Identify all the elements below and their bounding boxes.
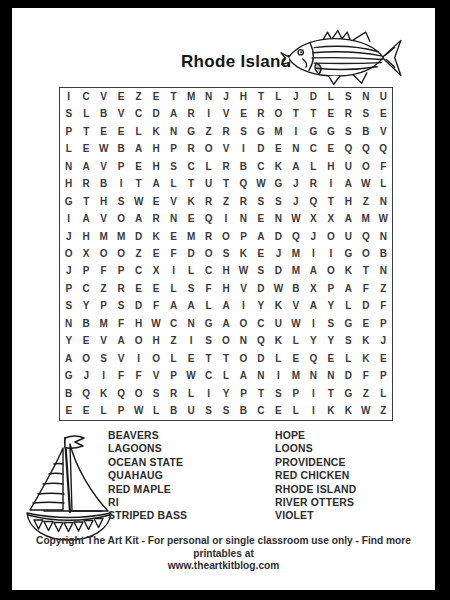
grid-cell[interactable]: E [375,105,392,122]
grid-cell[interactable]: D [270,228,287,245]
grid-cell[interactable]: T [217,350,234,367]
grid-cell[interactable]: L [60,140,77,157]
grid-cell[interactable]: M [182,228,199,245]
grid-cell[interactable]: J [270,245,287,262]
grid-cell[interactable]: B [235,158,252,175]
grid-cell[interactable]: S [252,263,269,280]
grid-cell[interactable]: E [235,105,252,122]
grid-cell[interactable]: N [287,140,304,157]
grid-cell[interactable]: O [270,105,287,122]
grid-cell[interactable]: V [112,350,129,367]
grid-cell[interactable]: D [357,298,374,315]
grid-cell[interactable]: A [165,105,182,122]
grid-cell[interactable]: W [375,210,392,227]
grid-cell[interactable]: H [130,315,147,332]
grid-cell[interactable]: S [200,403,217,420]
grid-cell[interactable]: E [287,350,304,367]
grid-cell[interactable]: D [147,105,164,122]
grid-cell[interactable]: O [60,245,77,262]
grid-cell[interactable]: O [322,263,339,280]
grid-cell[interactable]: D [252,350,269,367]
grid-cell[interactable]: E [77,333,94,350]
grid-cell[interactable]: A [147,175,164,192]
grid-cell[interactable]: G [305,123,322,140]
grid-cell[interactable]: M [95,228,112,245]
grid-cell[interactable]: S [112,298,129,315]
grid-cell[interactable]: E [270,403,287,420]
grid-cell[interactable]: U [375,88,392,105]
grid-cell[interactable]: Z [200,123,217,140]
grid-cell[interactable]: T [287,105,304,122]
grid-cell[interactable]: P [165,140,182,157]
grid-cell[interactable]: X [322,210,339,227]
grid-cell[interactable]: E [252,210,269,227]
grid-cell[interactable]: W [182,368,199,385]
grid-cell[interactable]: I [182,333,199,350]
grid-cell[interactable]: H [217,280,234,297]
grid-cell[interactable]: T [322,385,339,402]
grid-cell[interactable]: Z [165,333,182,350]
grid-cell[interactable]: E [322,140,339,157]
grid-cell[interactable]: H [77,228,94,245]
grid-cell[interactable]: K [340,263,357,280]
grid-cell[interactable]: O [235,315,252,332]
grid-cell[interactable]: D [252,140,269,157]
grid-cell[interactable]: O [130,333,147,350]
grid-cell[interactable]: C [252,158,269,175]
grid-cell[interactable]: S [340,123,357,140]
grid-cell[interactable]: T [77,193,94,210]
grid-cell[interactable]: A [130,140,147,157]
grid-cell[interactable]: Q [287,228,304,245]
grid-cell[interactable]: O [235,350,252,367]
grid-cell[interactable]: H [95,193,112,210]
grid-cell[interactable]: I [165,263,182,280]
grid-cell[interactable]: K [95,385,112,402]
grid-cell[interactable]: E [130,280,147,297]
grid-cell[interactable]: I [305,385,322,402]
grid-cell[interactable]: N [235,210,252,227]
grid-cell[interactable]: J [287,175,304,192]
grid-cell[interactable]: Y [217,385,234,402]
grid-cell[interactable]: E [357,315,374,332]
grid-cell[interactable]: E [252,245,269,262]
grid-cell[interactable]: I [200,385,217,402]
grid-cell[interactable]: U [270,315,287,332]
grid-cell[interactable]: A [340,210,357,227]
grid-cell[interactable]: U [340,228,357,245]
grid-cell[interactable]: E [130,158,147,175]
grid-cell[interactable]: I [305,315,322,332]
grid-cell[interactable]: Y [305,333,322,350]
grid-cell[interactable]: Q [357,140,374,157]
grid-cell[interactable]: N [375,228,392,245]
grid-cell[interactable]: S [270,193,287,210]
grid-cell[interactable]: R [252,105,269,122]
grid-cell[interactable]: G [322,123,339,140]
grid-cell[interactable]: B [77,315,94,332]
grid-cell[interactable]: T [200,350,217,367]
grid-cell[interactable]: T [252,88,269,105]
grid-cell[interactable]: L [340,298,357,315]
grid-cell[interactable]: I [322,175,339,192]
grid-cell[interactable]: N [182,315,199,332]
grid-cell[interactable]: L [375,175,392,192]
grid-cell[interactable]: S [252,193,269,210]
grid-cell[interactable]: L [287,333,304,350]
grid-cell[interactable]: L [182,263,199,280]
grid-cell[interactable]: B [235,403,252,420]
grid-cell[interactable]: L [200,158,217,175]
grid-cell[interactable]: C [77,88,94,105]
grid-cell[interactable]: O [147,350,164,367]
grid-cell[interactable]: B [375,245,392,262]
grid-cell[interactable]: L [95,403,112,420]
grid-cell[interactable]: N [165,210,182,227]
grid-cell[interactable]: V [95,88,112,105]
grid-cell[interactable]: R [77,175,94,192]
grid-cell[interactable]: Q [77,385,94,402]
grid-cell[interactable]: N [60,315,77,332]
grid-cell[interactable]: E [147,245,164,262]
grid-cell[interactable]: E [322,105,339,122]
grid-cell[interactable]: C [305,140,322,157]
grid-cell[interactable]: G [200,315,217,332]
grid-cell[interactable]: R [165,385,182,402]
grid-cell[interactable]: K [235,245,252,262]
grid-cell[interactable]: F [375,158,392,175]
grid-cell[interactable]: G [340,245,357,262]
grid-cell[interactable]: V [217,105,234,122]
grid-cell[interactable]: M [287,368,304,385]
grid-cell[interactable]: O [95,245,112,262]
grid-cell[interactable]: R [340,105,357,122]
grid-cell[interactable]: S [235,123,252,140]
grid-cell[interactable]: Q [305,193,322,210]
grid-cell[interactable]: E [112,88,129,105]
grid-cell[interactable]: X [147,263,164,280]
grid-cell[interactable]: K [357,333,374,350]
grid-cell[interactable]: E [95,123,112,140]
grid-cell[interactable]: A [305,263,322,280]
grid-cell[interactable]: O [112,210,129,227]
grid-cell[interactable]: D [252,280,269,297]
grid-cell[interactable]: J [60,263,77,280]
grid-cell[interactable]: O [322,228,339,245]
grid-cell[interactable]: E [147,193,164,210]
grid-cell[interactable]: A [165,298,182,315]
grid-cell[interactable]: A [130,210,147,227]
grid-cell[interactable]: U [340,158,357,175]
grid-cell[interactable]: K [182,193,199,210]
grid-cell[interactable]: W [147,315,164,332]
grid-cell[interactable]: I [130,350,147,367]
grid-cell[interactable]: V [95,210,112,227]
grid-cell[interactable]: L [182,385,199,402]
grid-cell[interactable]: F [147,298,164,315]
grid-cell[interactable]: G [60,193,77,210]
grid-cell[interactable]: V [235,280,252,297]
grid-cell[interactable]: M [95,315,112,332]
grid-cell[interactable]: X [305,280,322,297]
grid-cell[interactable]: K [322,403,339,420]
grid-cell[interactable]: T [305,105,322,122]
grid-cell[interactable]: S [340,333,357,350]
grid-cell[interactable]: N [375,193,392,210]
grid-cell[interactable]: H [235,88,252,105]
grid-cell[interactable]: K [270,158,287,175]
grid-cell[interactable]: X [77,245,94,262]
grid-cell[interactable]: R [305,175,322,192]
grid-cell[interactable]: N [270,210,287,227]
grid-cell[interactable]: P [287,385,304,402]
grid-cell[interactable]: Z [357,193,374,210]
grid-cell[interactable]: Z [130,245,147,262]
grid-cell[interactable]: H [340,193,357,210]
grid-cell[interactable]: N [357,88,374,105]
grid-cell[interactable]: S [95,350,112,367]
grid-cell[interactable]: V [147,368,164,385]
grid-cell[interactable]: O [357,245,374,262]
grid-cell[interactable]: N [375,263,392,280]
grid-cell[interactable]: T [77,123,94,140]
grid-cell[interactable]: P [112,263,129,280]
grid-cell[interactable]: V [165,193,182,210]
grid-cell[interactable]: N [235,333,252,350]
grid-cell[interactable]: F [200,280,217,297]
grid-cell[interactable]: B [112,140,129,157]
grid-cell[interactable]: S [182,280,199,297]
grid-cell[interactable]: W [287,210,304,227]
grid-cell[interactable]: L [270,88,287,105]
grid-cell[interactable]: V [375,123,392,140]
grid-cell[interactable]: G [182,123,199,140]
grid-cell[interactable]: I [322,245,339,262]
grid-cell[interactable]: C [165,315,182,332]
grid-cell[interactable]: M [357,210,374,227]
grid-cell[interactable]: G [252,123,269,140]
grid-cell[interactable]: R [147,210,164,227]
grid-cell[interactable]: T [322,193,339,210]
grid-cell[interactable]: W [130,403,147,420]
grid-cell[interactable]: R [182,105,199,122]
grid-cell[interactable]: R [112,280,129,297]
grid-cell[interactable]: T [357,263,374,280]
grid-cell[interactable]: H [60,175,77,192]
grid-cell[interactable]: R [235,193,252,210]
grid-cell[interactable]: P [235,385,252,402]
grid-cell[interactable]: S [217,245,234,262]
grid-cell[interactable]: L [165,350,182,367]
grid-cell[interactable]: N [252,368,269,385]
grid-cell[interactable]: I [60,210,77,227]
grid-cell[interactable]: I [305,403,322,420]
grid-cell[interactable]: H [217,263,234,280]
grid-cell[interactable]: C [252,403,269,420]
grid-cell[interactable]: I [112,175,129,192]
grid-cell[interactable]: Q [235,175,252,192]
grid-cell[interactable]: L [130,123,147,140]
grid-cell[interactable]: T [252,385,269,402]
grid-cell[interactable]: K [340,403,357,420]
grid-cell[interactable]: L [147,403,164,420]
grid-cell[interactable]: F [112,368,129,385]
grid-cell[interactable]: N [165,123,182,140]
grid-cell[interactable]: C [77,280,94,297]
grid-cell[interactable]: D [270,263,287,280]
grid-cell[interactable]: M [287,245,304,262]
grid-cell[interactable]: R [200,193,217,210]
grid-cell[interactable]: A [252,228,269,245]
grid-cell[interactable]: W [235,263,252,280]
grid-cell[interactable]: D [305,88,322,105]
grid-cell[interactable]: C [130,105,147,122]
grid-cell[interactable]: F [112,315,129,332]
grid-cell[interactable]: W [252,175,269,192]
grid-cell[interactable]: Y [322,333,339,350]
grid-cell[interactable]: I [235,298,252,315]
grid-cell[interactable]: Z [95,280,112,297]
grid-cell[interactable]: H [147,333,164,350]
grid-cell[interactable]: H [322,158,339,175]
grid-cell[interactable]: I [95,368,112,385]
grid-cell[interactable]: S [165,158,182,175]
grid-cell[interactable]: U [200,175,217,192]
grid-cell[interactable]: M [287,263,304,280]
grid-cell[interactable]: O [112,245,129,262]
grid-cell[interactable]: I [60,88,77,105]
grid-cell[interactable]: I [217,210,234,227]
grid-cell[interactable]: T [217,175,234,192]
grid-cell[interactable]: O [217,333,234,350]
grid-cell[interactable]: O [130,385,147,402]
grid-cell[interactable]: I [287,123,304,140]
grid-cell[interactable]: A [235,368,252,385]
grid-cell[interactable]: J [375,333,392,350]
grid-cell[interactable]: S [270,385,287,402]
grid-cell[interactable]: Q [340,140,357,157]
grid-cell[interactable]: B [165,403,182,420]
grid-cell[interactable]: E [147,88,164,105]
grid-cell[interactable]: V [287,298,304,315]
grid-cell[interactable]: W [95,140,112,157]
grid-cell[interactable]: T [130,175,147,192]
grid-cell[interactable]: Q [200,210,217,227]
grid-cell[interactable]: L [270,350,287,367]
grid-cell[interactable]: E [112,123,129,140]
grid-cell[interactable]: A [287,158,304,175]
grid-cell[interactable]: E [182,210,199,227]
grid-cell[interactable]: H [147,140,164,157]
grid-cell[interactable]: O [77,350,94,367]
grid-cell[interactable]: E [77,403,94,420]
grid-cell[interactable]: C [252,315,269,332]
grid-cell[interactable]: L [200,298,217,315]
grid-cell[interactable]: K [270,333,287,350]
grid-cell[interactable]: V [112,105,129,122]
grid-cell[interactable]: F [375,298,392,315]
grid-cell[interactable]: R [200,228,217,245]
grid-cell[interactable]: B [95,175,112,192]
grid-cell[interactable]: V [95,158,112,175]
grid-cell[interactable]: I [305,245,322,262]
grid-cell[interactable]: P [60,280,77,297]
grid-cell[interactable]: A [340,175,357,192]
grid-cell[interactable]: K [357,350,374,367]
grid-cell[interactable]: Q [112,385,129,402]
grid-cell[interactable]: J [217,88,234,105]
grid-cell[interactable]: E [270,140,287,157]
grid-cell[interactable]: F [165,245,182,262]
grid-cell[interactable]: O [217,228,234,245]
grid-cell[interactable]: P [95,298,112,315]
grid-cell[interactable]: L [217,368,234,385]
grid-cell[interactable]: Q [375,140,392,157]
grid-cell[interactable]: E [182,350,199,367]
grid-cell[interactable]: D [130,298,147,315]
grid-cell[interactable]: M [182,88,199,105]
grid-cell[interactable]: A [217,298,234,315]
grid-cell[interactable]: P [165,368,182,385]
grid-cell[interactable]: P [375,368,392,385]
grid-cell[interactable]: X [305,210,322,227]
grid-cell[interactable]: L [77,105,94,122]
grid-cell[interactable]: I [235,140,252,157]
grid-cell[interactable]: P [375,315,392,332]
grid-cell[interactable]: F [357,280,374,297]
grid-cell[interactable]: F [130,368,147,385]
grid-cell[interactable]: A [217,315,234,332]
grid-cell[interactable]: D [340,368,357,385]
grid-cell[interactable]: B [60,385,77,402]
grid-cell[interactable]: Z [357,385,374,402]
grid-cell[interactable]: L [322,88,339,105]
grid-cell[interactable]: S [322,315,339,332]
grid-cell[interactable]: S [147,385,164,402]
grid-cell[interactable]: E [322,350,339,367]
grid-cell[interactable]: P [322,280,339,297]
grid-cell[interactable]: B [357,123,374,140]
grid-cell[interactable]: S [200,333,217,350]
grid-cell[interactable]: L [287,403,304,420]
grid-cell[interactable]: L [165,280,182,297]
grid-cell[interactable]: G [60,368,77,385]
grid-cell[interactable]: Y [60,333,77,350]
grid-cell[interactable]: N [200,88,217,105]
grid-cell[interactable]: G [270,175,287,192]
grid-cell[interactable]: A [60,350,77,367]
grid-cell[interactable]: S [60,105,77,122]
grid-cell[interactable]: I [270,368,287,385]
grid-cell[interactable]: F [95,263,112,280]
grid-cell[interactable]: J [287,88,304,105]
grid-cell[interactable]: G [340,385,357,402]
grid-cell[interactable]: W [130,193,147,210]
grid-cell[interactable]: Y [252,298,269,315]
grid-cell[interactable]: A [182,298,199,315]
grid-cell[interactable]: N [322,368,339,385]
grid-cell[interactable]: A [77,210,94,227]
grid-cell[interactable]: L [340,350,357,367]
grid-cell[interactable]: M [112,228,129,245]
grid-cell[interactable]: U [182,403,199,420]
grid-cell[interactable]: Q [252,333,269,350]
grid-cell[interactable]: I [200,105,217,122]
grid-cell[interactable]: G [340,315,357,332]
grid-cell[interactable]: W [357,175,374,192]
grid-cell[interactable]: E [375,350,392,367]
grid-cell[interactable]: S [60,298,77,315]
